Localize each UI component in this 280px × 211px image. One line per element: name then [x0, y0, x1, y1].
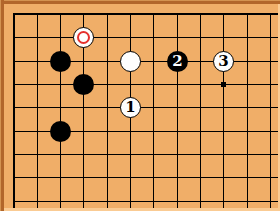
stone-white-K17: 3 [213, 51, 234, 72]
move-number-label: 3 [218, 54, 228, 69]
stone-black-C14 [50, 121, 71, 142]
stone-white-D18 [73, 27, 94, 48]
move-number-label: 1 [125, 100, 135, 115]
go-board-diagram: 231 [0, 0, 280, 211]
stone-white-F17 [120, 51, 141, 72]
stone-black-C17 [50, 51, 71, 72]
circle-marker [77, 31, 90, 44]
stone-white-F15: 1 [120, 97, 141, 118]
stone-black-H17: 2 [167, 51, 188, 72]
stone-black-D16 [73, 74, 94, 95]
stones-layer: 231 [0, 0, 280, 211]
move-number-label: 2 [172, 54, 182, 69]
